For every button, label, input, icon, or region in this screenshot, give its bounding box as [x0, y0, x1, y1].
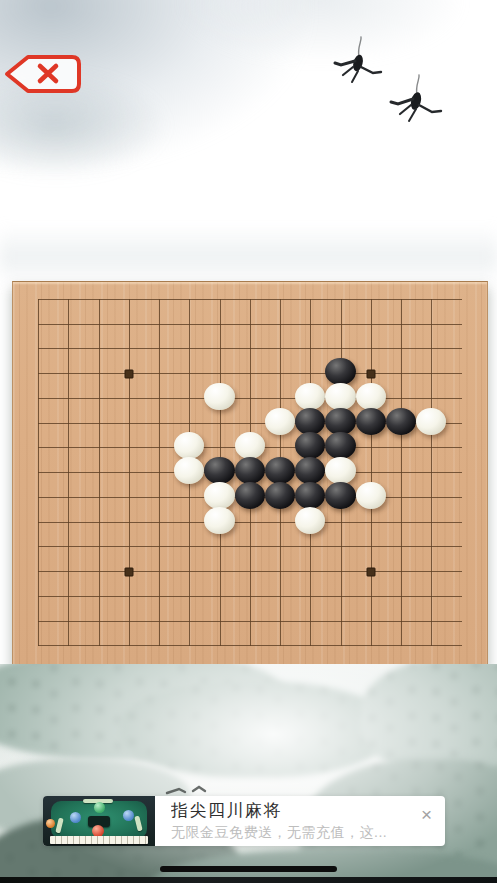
board-cell[interactable] — [265, 584, 295, 609]
board-cell[interactable] — [114, 460, 144, 485]
board-cell[interactable] — [23, 609, 53, 634]
board-cell[interactable] — [386, 361, 416, 386]
board-cell[interactable] — [416, 361, 446, 386]
close-button[interactable] — [3, 53, 87, 97]
board-cell[interactable] — [204, 534, 234, 559]
black-stone — [265, 457, 295, 484]
board-cell[interactable] — [144, 361, 174, 386]
water-mist — [0, 664, 497, 883]
board-cell[interactable] — [416, 485, 446, 510]
board-cell[interactable] — [235, 361, 265, 386]
board-cell[interactable] — [83, 633, 113, 658]
white-stone — [295, 507, 325, 534]
board-cell[interactable] — [446, 460, 476, 485]
board-cell[interactable] — [23, 559, 53, 584]
board-cell[interactable] — [386, 312, 416, 337]
board-cell[interactable] — [114, 386, 144, 411]
board-cell[interactable] — [144, 336, 174, 361]
board-cell[interactable] — [144, 485, 174, 510]
board-cell[interactable] — [446, 336, 476, 361]
board-cell[interactable] — [204, 609, 234, 634]
white-stone — [265, 408, 295, 435]
board-cell[interactable] — [235, 584, 265, 609]
board-cell[interactable] — [295, 559, 325, 584]
board-cell[interactable] — [204, 633, 234, 658]
board-cell[interactable] — [325, 584, 355, 609]
white-stone — [204, 482, 234, 509]
board-cell[interactable] — [204, 559, 234, 584]
board-cell[interactable] — [114, 485, 144, 510]
board-cell[interactable] — [83, 460, 113, 485]
board-cell[interactable] — [53, 287, 83, 312]
board-cell[interactable] — [83, 287, 113, 312]
board-cell[interactable] — [83, 584, 113, 609]
board-cell[interactable] — [174, 312, 204, 337]
board-cell[interactable] — [53, 435, 83, 460]
board-cell[interactable] — [356, 559, 386, 584]
white-stone — [174, 457, 204, 484]
board-cell[interactable] — [144, 460, 174, 485]
board-cell[interactable] — [235, 287, 265, 312]
ink-mist-band — [0, 225, 497, 285]
white-stone — [416, 408, 446, 435]
board-cell[interactable] — [53, 559, 83, 584]
board-cell[interactable] — [416, 336, 446, 361]
home-indicator[interactable] — [160, 866, 337, 872]
board-cell[interactable] — [295, 534, 325, 559]
board-cell[interactable] — [235, 609, 265, 634]
ad-close-icon[interactable]: × — [421, 805, 432, 824]
board-cell[interactable] — [23, 510, 53, 535]
board-cell[interactable] — [265, 312, 295, 337]
board-cell[interactable] — [144, 559, 174, 584]
board-cell[interactable] — [356, 411, 386, 436]
board-cell[interactable] — [356, 534, 386, 559]
board-cell[interactable] — [356, 336, 386, 361]
board-cell[interactable] — [53, 386, 83, 411]
landscape-painting — [0, 664, 497, 883]
board-cell[interactable] — [23, 633, 53, 658]
board-cell[interactable] — [446, 485, 476, 510]
board-cell[interactable] — [446, 411, 476, 436]
board-cell[interactable] — [265, 411, 295, 436]
board-cell[interactable] — [416, 584, 446, 609]
black-stone — [356, 408, 386, 435]
board-cell[interactable] — [325, 559, 355, 584]
board-cell[interactable] — [23, 312, 53, 337]
board-cell[interactable] — [265, 361, 295, 386]
ad-title: 指尖四川麻将 — [171, 800, 415, 821]
tag-shape — [7, 57, 79, 91]
player-chip — [123, 810, 134, 821]
black-stone — [325, 432, 355, 459]
white-stone — [356, 482, 386, 509]
board-cell[interactable] — [174, 559, 204, 584]
board-cell[interactable] — [204, 336, 234, 361]
board-cell[interactable] — [356, 312, 386, 337]
board-cell[interactable] — [114, 287, 144, 312]
board-cell[interactable] — [416, 534, 446, 559]
board-cell[interactable] — [23, 460, 53, 485]
board-cell[interactable] — [204, 386, 234, 411]
board-cell[interactable] — [53, 633, 83, 658]
white-stone — [295, 383, 325, 410]
board-cell[interactable] — [144, 510, 174, 535]
board-cell[interactable] — [144, 386, 174, 411]
board-cell[interactable] — [83, 386, 113, 411]
white-stone — [235, 432, 265, 459]
board-cell[interactable] — [174, 460, 204, 485]
board-cell[interactable] — [23, 386, 53, 411]
board-cell[interactable] — [265, 534, 295, 559]
board-cell[interactable] — [235, 485, 265, 510]
board-cell[interactable] — [83, 510, 113, 535]
board-cell[interactable] — [386, 460, 416, 485]
board-cell[interactable] — [356, 633, 386, 658]
board-cell[interactable] — [53, 460, 83, 485]
black-stone — [386, 408, 416, 435]
board-cell[interactable] — [114, 584, 144, 609]
board-cell[interactable] — [114, 312, 144, 337]
board-cell[interactable] — [325, 609, 355, 634]
board-cell[interactable] — [265, 633, 295, 658]
black-stone — [265, 482, 295, 509]
board-cell[interactable] — [144, 584, 174, 609]
board-cell[interactable] — [386, 287, 416, 312]
board-cell[interactable] — [416, 609, 446, 634]
board-cell[interactable] — [23, 411, 53, 436]
board-cell[interactable] — [114, 435, 144, 460]
board-cell[interactable] — [386, 534, 416, 559]
board-cell[interactable] — [114, 633, 144, 658]
black-stone — [295, 432, 325, 459]
board-cell[interactable] — [446, 386, 476, 411]
board-cell[interactable] — [386, 411, 416, 436]
board-cell[interactable] — [446, 435, 476, 460]
board-cell[interactable] — [83, 411, 113, 436]
ad-thumbnail-mahjong[interactable] — [43, 796, 155, 846]
board-cell[interactable] — [325, 312, 355, 337]
board-cell[interactable] — [23, 485, 53, 510]
gomoku-board — [12, 281, 488, 666]
board-cell[interactable] — [23, 336, 53, 361]
board-cell[interactable] — [53, 312, 83, 337]
board-cell[interactable] — [416, 411, 446, 436]
board-grid[interactable] — [23, 287, 477, 658]
board-cell[interactable] — [446, 559, 476, 584]
board-cell[interactable] — [446, 609, 476, 634]
board-cell[interactable] — [53, 485, 83, 510]
player-chip — [70, 812, 81, 823]
board-cell[interactable] — [446, 287, 476, 312]
board-cell[interactable] — [83, 312, 113, 337]
board-cell[interactable] — [356, 510, 386, 535]
board-cell[interactable] — [174, 485, 204, 510]
board-cell[interactable] — [144, 435, 174, 460]
board-cell[interactable] — [114, 559, 144, 584]
ad-subtitle: 无限金豆免费送，无需充值，这... — [171, 824, 415, 842]
board-cell[interactable] — [295, 510, 325, 535]
board-cell[interactable] — [23, 584, 53, 609]
board-cell[interactable] — [386, 336, 416, 361]
ad-text-block: 指尖四川麻将 无限金豆免费送，无需充值，这... — [171, 800, 415, 842]
board-cell[interactable] — [235, 312, 265, 337]
board-cell[interactable] — [386, 633, 416, 658]
board-cell[interactable] — [174, 584, 204, 609]
board-cell[interactable] — [204, 510, 234, 535]
board-cell[interactable] — [416, 287, 446, 312]
board-cell[interactable] — [386, 435, 416, 460]
board-cell[interactable] — [446, 361, 476, 386]
board-cell[interactable] — [416, 633, 446, 658]
black-stone — [295, 408, 325, 435]
white-stone — [325, 383, 355, 410]
board-cell[interactable] — [356, 287, 386, 312]
board-cell[interactable] — [174, 534, 204, 559]
board-cell[interactable] — [235, 534, 265, 559]
board-cell[interactable] — [83, 534, 113, 559]
board-cell[interactable] — [174, 510, 204, 535]
board-cell[interactable] — [114, 534, 144, 559]
board-cell[interactable] — [295, 609, 325, 634]
board-cell[interactable] — [114, 361, 144, 386]
board-cell[interactable] — [235, 559, 265, 584]
board-cell[interactable] — [144, 411, 174, 436]
board-cell[interactable] — [265, 559, 295, 584]
board-cell[interactable] — [295, 336, 325, 361]
board-cell[interactable] — [295, 633, 325, 658]
board-cell[interactable] — [386, 559, 416, 584]
board-cell[interactable] — [204, 312, 234, 337]
board-cell[interactable] — [325, 485, 355, 510]
white-stone — [204, 383, 234, 410]
screen-bottom-edge — [0, 877, 497, 883]
board-cell[interactable] — [83, 485, 113, 510]
board-cell[interactable] — [416, 435, 446, 460]
board-cell[interactable] — [295, 312, 325, 337]
board-cell[interactable] — [416, 460, 446, 485]
black-stone — [235, 457, 265, 484]
board-cell[interactable] — [114, 336, 144, 361]
player-chip — [46, 819, 55, 828]
player-chip — [94, 802, 105, 813]
board-cell[interactable] — [386, 510, 416, 535]
board-cell[interactable] — [144, 534, 174, 559]
board-cell[interactable] — [356, 485, 386, 510]
board-cell[interactable] — [83, 336, 113, 361]
board-cell[interactable] — [174, 361, 204, 386]
flying-birds-icon — [323, 33, 473, 128]
app-screen: 指尖四川麻将 无限金豆免费送，无需充值，这... × — [0, 0, 497, 883]
board-cell[interactable] — [386, 584, 416, 609]
board-cell[interactable] — [83, 559, 113, 584]
board-cell[interactable] — [144, 312, 174, 337]
board-cell[interactable] — [144, 287, 174, 312]
board-cell[interactable] — [446, 534, 476, 559]
board-cell[interactable] — [144, 609, 174, 634]
black-stone — [295, 482, 325, 509]
board-cell[interactable] — [53, 411, 83, 436]
board-cell[interactable] — [265, 287, 295, 312]
board-cell[interactable] — [235, 386, 265, 411]
board-cell[interactable] — [325, 534, 355, 559]
board-cell[interactable] — [23, 534, 53, 559]
board-cell[interactable] — [416, 559, 446, 584]
board-cell[interactable] — [295, 287, 325, 312]
board-cell[interactable] — [356, 435, 386, 460]
board-cell[interactable] — [83, 609, 113, 634]
board-cell[interactable] — [325, 510, 355, 535]
board-cell[interactable] — [114, 510, 144, 535]
board-cell[interactable] — [23, 287, 53, 312]
board-cell[interactable] — [446, 312, 476, 337]
mahjong-hand-tiles — [50, 836, 148, 844]
board-cell[interactable] — [446, 510, 476, 535]
board-cell[interactable] — [83, 435, 113, 460]
ad-banner[interactable]: 指尖四川麻将 无限金豆免费送，无需充值，这... × — [43, 796, 445, 846]
black-stone — [325, 358, 355, 385]
board-cell[interactable] — [446, 633, 476, 658]
board-cell[interactable] — [174, 287, 204, 312]
board-cell[interactable] — [174, 609, 204, 634]
board-cell[interactable] — [356, 584, 386, 609]
board-cell[interactable] — [114, 609, 144, 634]
white-stone — [204, 507, 234, 534]
board-cell[interactable] — [235, 633, 265, 658]
board-cell[interactable] — [53, 336, 83, 361]
board-cell[interactable] — [265, 485, 295, 510]
board-cell[interactable] — [356, 609, 386, 634]
board-cell[interactable] — [53, 361, 83, 386]
board-cell[interactable] — [265, 336, 295, 361]
white-stone — [174, 432, 204, 459]
black-stone — [325, 482, 355, 509]
board-cell[interactable] — [265, 510, 295, 535]
board-cell[interactable] — [416, 510, 446, 535]
board-cell[interactable] — [23, 361, 53, 386]
white-stone — [356, 383, 386, 410]
board-cell[interactable] — [53, 534, 83, 559]
board-cell[interactable] — [174, 386, 204, 411]
board-cell[interactable] — [204, 584, 234, 609]
board-cell[interactable] — [23, 435, 53, 460]
board-cell[interactable] — [144, 633, 174, 658]
board-cell[interactable] — [204, 287, 234, 312]
board-cell[interactable] — [386, 609, 416, 634]
black-stone — [325, 408, 355, 435]
board-cell[interactable] — [325, 287, 355, 312]
black-stone — [295, 457, 325, 484]
board-cell[interactable] — [53, 584, 83, 609]
board-cell[interactable] — [386, 485, 416, 510]
black-stone — [235, 482, 265, 509]
board-cell[interactable] — [325, 633, 355, 658]
board-cell[interactable] — [235, 510, 265, 535]
board-cell[interactable] — [416, 312, 446, 337]
board-cell[interactable] — [265, 609, 295, 634]
board-cell[interactable] — [53, 609, 83, 634]
board-cell[interactable] — [174, 633, 204, 658]
black-stone — [204, 457, 234, 484]
board-cell[interactable] — [53, 510, 83, 535]
board-cell[interactable] — [83, 361, 113, 386]
board-cell[interactable] — [174, 336, 204, 361]
board-cell[interactable] — [446, 584, 476, 609]
board-cell[interactable] — [295, 584, 325, 609]
board-cell[interactable] — [204, 411, 234, 436]
board-cell[interactable] — [235, 336, 265, 361]
white-stone — [325, 457, 355, 484]
board-cell[interactable] — [114, 411, 144, 436]
